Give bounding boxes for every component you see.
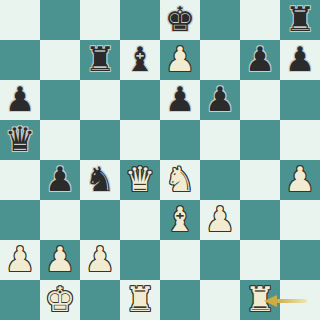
black-pawn-e6[interactable]: ♟	[165, 79, 195, 119]
square-c5[interactable]	[80, 120, 120, 160]
white-pawn-b2[interactable]: ♟	[45, 239, 75, 279]
square-d7[interactable]: ♝	[120, 40, 160, 80]
square-g1[interactable]: ♜	[240, 280, 280, 320]
square-g7[interactable]: ♟	[240, 40, 280, 80]
square-a2[interactable]: ♟	[0, 240, 40, 280]
square-a4[interactable]	[0, 160, 40, 200]
square-h5[interactable]	[280, 120, 320, 160]
square-d8[interactable]	[120, 0, 160, 40]
white-pawn-c2[interactable]: ♟	[85, 239, 115, 279]
square-f6[interactable]: ♟	[200, 80, 240, 120]
square-b6[interactable]	[40, 80, 80, 120]
square-e6[interactable]: ♟	[160, 80, 200, 120]
square-e1[interactable]	[160, 280, 200, 320]
square-d5[interactable]	[120, 120, 160, 160]
square-h1[interactable]	[280, 280, 320, 320]
square-e8[interactable]: ♚	[160, 0, 200, 40]
square-a1[interactable]	[0, 280, 40, 320]
square-c7[interactable]: ♜	[80, 40, 120, 80]
square-b8[interactable]	[40, 0, 80, 40]
square-f3[interactable]: ♟	[200, 200, 240, 240]
square-f8[interactable]	[200, 0, 240, 40]
square-b5[interactable]	[40, 120, 80, 160]
square-a8[interactable]	[0, 0, 40, 40]
square-b4[interactable]: ♟	[40, 160, 80, 200]
square-g4[interactable]	[240, 160, 280, 200]
square-h3[interactable]	[280, 200, 320, 240]
square-c6[interactable]	[80, 80, 120, 120]
square-e2[interactable]	[160, 240, 200, 280]
black-rook-c7[interactable]: ♜	[85, 39, 115, 79]
square-d4[interactable]: ♛	[120, 160, 160, 200]
square-e5[interactable]	[160, 120, 200, 160]
white-pawn-e7[interactable]: ♟	[165, 39, 195, 79]
black-bishop-d7[interactable]: ♝	[125, 39, 155, 79]
square-d2[interactable]	[120, 240, 160, 280]
square-g6[interactable]	[240, 80, 280, 120]
white-bishop-e3[interactable]: ♝	[165, 199, 195, 239]
square-f5[interactable]	[200, 120, 240, 160]
white-king-b1[interactable]: ♚	[45, 279, 75, 319]
square-b3[interactable]	[40, 200, 80, 240]
white-pawn-a2[interactable]: ♟	[5, 239, 35, 279]
square-e3[interactable]: ♝	[160, 200, 200, 240]
black-king-e8[interactable]: ♚	[165, 0, 195, 39]
square-a3[interactable]	[0, 200, 40, 240]
square-e4[interactable]: ♞	[160, 160, 200, 200]
black-knight-c4[interactable]: ♞	[85, 159, 115, 199]
square-f2[interactable]	[200, 240, 240, 280]
black-pawn-b4[interactable]: ♟	[45, 159, 75, 199]
square-b1[interactable]: ♚	[40, 280, 80, 320]
chess-board: ♚♜♜♝♟♟♟♟♟♟♛♟♞♛♞♟♝♟♟♟♟♚♜♜	[0, 0, 320, 320]
square-f1[interactable]	[200, 280, 240, 320]
square-g8[interactable]	[240, 0, 280, 40]
square-c3[interactable]	[80, 200, 120, 240]
square-f4[interactable]	[200, 160, 240, 200]
white-knight-e4[interactable]: ♞	[165, 159, 195, 199]
square-h8[interactable]: ♜	[280, 0, 320, 40]
square-b2[interactable]: ♟	[40, 240, 80, 280]
white-pawn-f3[interactable]: ♟	[205, 199, 235, 239]
square-h6[interactable]	[280, 80, 320, 120]
square-b7[interactable]	[40, 40, 80, 80]
square-a7[interactable]	[0, 40, 40, 80]
square-h4[interactable]: ♟	[280, 160, 320, 200]
square-c2[interactable]: ♟	[80, 240, 120, 280]
square-f7[interactable]	[200, 40, 240, 80]
square-g3[interactable]	[240, 200, 280, 240]
square-g2[interactable]	[240, 240, 280, 280]
square-a6[interactable]: ♟	[0, 80, 40, 120]
white-pawn-h4[interactable]: ♟	[285, 159, 315, 199]
black-pawn-a6[interactable]: ♟	[5, 79, 35, 119]
square-h7[interactable]: ♟	[280, 40, 320, 80]
white-rook-d1[interactable]: ♜	[125, 279, 155, 319]
square-h2[interactable]	[280, 240, 320, 280]
black-queen-a5[interactable]: ♛	[5, 119, 35, 159]
square-a5[interactable]: ♛	[0, 120, 40, 160]
black-pawn-h7[interactable]: ♟	[285, 39, 315, 79]
square-d3[interactable]	[120, 200, 160, 240]
black-rook-h8[interactable]: ♜	[285, 0, 315, 39]
square-g5[interactable]	[240, 120, 280, 160]
square-e7[interactable]: ♟	[160, 40, 200, 80]
square-c1[interactable]	[80, 280, 120, 320]
square-d1[interactable]: ♜	[120, 280, 160, 320]
black-pawn-f6[interactable]: ♟	[205, 79, 235, 119]
black-pawn-g7[interactable]: ♟	[245, 39, 275, 79]
square-d6[interactable]	[120, 80, 160, 120]
square-c8[interactable]	[80, 0, 120, 40]
white-rook-g1[interactable]: ♜	[245, 279, 275, 319]
white-queen-d4[interactable]: ♛	[125, 159, 155, 199]
square-c4[interactable]: ♞	[80, 160, 120, 200]
